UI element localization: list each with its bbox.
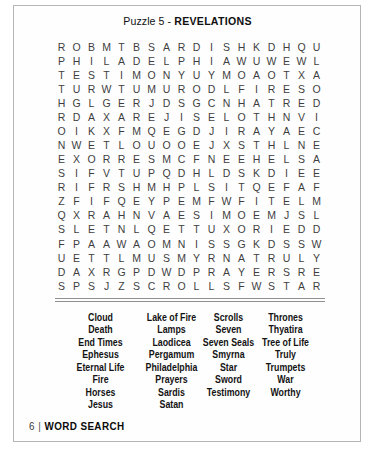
grid-cell-r15c11[interactable]: S	[204, 237, 219, 251]
grid-cell-r12c6[interactable]: E	[129, 195, 144, 209]
grid-cell-r18c4[interactable]: J	[99, 279, 114, 293]
grid-cell-r18c3[interactable]: S	[84, 279, 99, 293]
grid-cell-r8c16[interactable]: L	[279, 138, 294, 152]
grid-cell-r7c8[interactable]: E	[159, 124, 174, 138]
grid-cell-r11c10[interactable]: L	[189, 181, 204, 195]
grid-cell-r9c8[interactable]: M	[159, 152, 174, 166]
grid-cell-r9c11[interactable]: N	[204, 152, 219, 166]
grid-cell-r5c5[interactable]: E	[114, 96, 129, 110]
grid-cell-r7c5[interactable]: F	[114, 124, 129, 138]
grid-cell-r11c4[interactable]: R	[99, 181, 114, 195]
grid-cell-r16c12[interactable]: N	[219, 251, 234, 265]
grid-cell-r17c15[interactable]: R	[264, 265, 279, 279]
grid-cell-r18c5[interactable]: Z	[114, 279, 129, 293]
grid-cell-r6c17[interactable]: V	[294, 110, 309, 124]
grid-cell-r5c7[interactable]: J	[144, 96, 159, 110]
grid-cell-r9c16[interactable]: L	[279, 152, 294, 166]
grid-cell-r9c7[interactable]: S	[144, 152, 159, 166]
grid-cell-r1c13[interactable]: H	[234, 40, 249, 54]
grid-cell-r3c8[interactable]: N	[159, 68, 174, 82]
grid-cell-r12c2[interactable]: F	[69, 195, 84, 209]
grid-cell-r14c15[interactable]: I	[264, 223, 279, 237]
grid-cell-r5c3[interactable]: L	[84, 96, 99, 110]
grid-cell-r18c18[interactable]: R	[309, 279, 324, 293]
grid-cell-r4c4[interactable]: W	[99, 82, 114, 96]
grid-cell-r7c18[interactable]: C	[309, 124, 324, 138]
grid-cell-r9c18[interactable]: A	[309, 152, 324, 166]
grid-cell-r9c4[interactable]: R	[99, 152, 114, 166]
grid-cell-r6c11[interactable]: E	[204, 110, 219, 124]
grid-cell-r4c7[interactable]: M	[144, 82, 159, 96]
grid-cell-r8c6[interactable]: O	[129, 138, 144, 152]
grid-cell-r7c7[interactable]: Q	[144, 124, 159, 138]
grid-cell-r17c9[interactable]: D	[174, 265, 189, 279]
grid-cell-r16c2[interactable]: E	[69, 251, 84, 265]
grid-cell-r15c14[interactable]: K	[249, 237, 264, 251]
grid-cell-r15c12[interactable]: S	[219, 237, 234, 251]
grid-cell-r14c18[interactable]: D	[309, 223, 324, 237]
grid-cell-r15c15[interactable]: D	[264, 237, 279, 251]
grid-cell-r18c13[interactable]: F	[234, 279, 249, 293]
grid-cell-r17c6[interactable]: P	[129, 265, 144, 279]
grid-cell-r17c14[interactable]: E	[249, 265, 264, 279]
grid-cell-r11c15[interactable]: E	[264, 181, 279, 195]
grid-cell-r7c4[interactable]: X	[99, 124, 114, 138]
grid-cell-r13c6[interactable]: N	[129, 209, 144, 223]
grid-cell-r12c18[interactable]: M	[309, 195, 324, 209]
grid-cell-r5c2[interactable]: G	[69, 96, 84, 110]
grid-cell-r5c13[interactable]: H	[234, 96, 249, 110]
grid-cell-r1c3[interactable]: B	[84, 40, 99, 54]
grid-cell-r14c16[interactable]: E	[279, 223, 294, 237]
grid-cell-r11c6[interactable]: H	[129, 181, 144, 195]
grid-cell-r3c10[interactable]: U	[189, 68, 204, 82]
grid-cell-r9c9[interactable]: C	[174, 152, 189, 166]
grid-cell-r13c16[interactable]: J	[279, 209, 294, 223]
grid-cell-r11c7[interactable]: M	[144, 181, 159, 195]
grid-cell-r10c12[interactable]: D	[219, 166, 234, 180]
grid-cell-r7c9[interactable]: G	[174, 124, 189, 138]
grid-cell-r2c6[interactable]: D	[129, 54, 144, 68]
grid-cell-r11c3[interactable]: F	[84, 181, 99, 195]
grid-cell-r5c1[interactable]: H	[54, 96, 69, 110]
grid-cell-r1c17[interactable]: Q	[294, 40, 309, 54]
grid-cell-r3c13[interactable]: O	[234, 68, 249, 82]
grid-cell-r7c6[interactable]: M	[129, 124, 144, 138]
grid-cell-r3c15[interactable]: O	[264, 68, 279, 82]
grid-cell-r8c14[interactable]: T	[249, 138, 264, 152]
grid-cell-r2c4[interactable]: L	[99, 54, 114, 68]
grid-cell-r2c3[interactable]: I	[84, 54, 99, 68]
grid-cell-r15c3[interactable]: A	[84, 237, 99, 251]
grid-cell-r8c11[interactable]: J	[204, 138, 219, 152]
grid-cell-r15c9[interactable]: N	[174, 237, 189, 251]
grid-cell-r18c7[interactable]: C	[144, 279, 159, 293]
grid-cell-r1c7[interactable]: S	[144, 40, 159, 54]
grid-cell-r4c1[interactable]: T	[54, 82, 69, 96]
grid-cell-r13c3[interactable]: R	[84, 209, 99, 223]
grid-cell-r16c5[interactable]: L	[114, 251, 129, 265]
grid-cell-r10c17[interactable]: E	[294, 166, 309, 180]
grid-cell-r2c12[interactable]: A	[219, 54, 234, 68]
grid-cell-r13c8[interactable]: A	[159, 209, 174, 223]
grid-cell-r1c1[interactable]: R	[54, 40, 69, 54]
grid-cell-r3c7[interactable]: O	[144, 68, 159, 82]
grid-cell-r1c12[interactable]: S	[219, 40, 234, 54]
grid-cell-r5c14[interactable]: A	[249, 96, 264, 110]
grid-cell-r13c2[interactable]: X	[69, 209, 84, 223]
grid-cell-r1c8[interactable]: A	[159, 40, 174, 54]
grid-cell-r6c1[interactable]: R	[54, 110, 69, 124]
grid-cell-r9c10[interactable]: F	[189, 152, 204, 166]
grid-cell-r3c12[interactable]: M	[219, 68, 234, 82]
grid-cell-r8c13[interactable]: S	[234, 138, 249, 152]
grid-cell-r4c10[interactable]: O	[189, 82, 204, 96]
grid-cell-r11c17[interactable]: A	[294, 181, 309, 195]
grid-cell-r6c12[interactable]: L	[219, 110, 234, 124]
grid-cell-r15c16[interactable]: S	[279, 237, 294, 251]
grid-cell-r12c10[interactable]: M	[189, 195, 204, 209]
grid-cell-r14c11[interactable]: U	[204, 223, 219, 237]
grid-cell-r2c11[interactable]: I	[204, 54, 219, 68]
grid-cell-r6c5[interactable]: A	[114, 110, 129, 124]
grid-cell-r2c18[interactable]: L	[309, 54, 324, 68]
grid-cell-r9c2[interactable]: X	[69, 152, 84, 166]
grid-cell-r8c9[interactable]: O	[174, 138, 189, 152]
grid-cell-r4c6[interactable]: U	[129, 82, 144, 96]
grid-cell-r2c7[interactable]: E	[144, 54, 159, 68]
grid-cell-r4c2[interactable]: U	[69, 82, 84, 96]
grid-cell-r6c4[interactable]: X	[99, 110, 114, 124]
grid-cell-r15c10[interactable]: I	[189, 237, 204, 251]
grid-cell-r5c11[interactable]: C	[204, 96, 219, 110]
grid-cell-r1c15[interactable]: D	[264, 40, 279, 54]
grid-cell-r16c16[interactable]: U	[279, 251, 294, 265]
grid-cell-r18c15[interactable]: S	[264, 279, 279, 293]
grid-cell-r3c14[interactable]: A	[249, 68, 264, 82]
grid-cell-r6c15[interactable]: H	[264, 110, 279, 124]
grid-cell-r15c7[interactable]: O	[144, 237, 159, 251]
grid-cell-r3c18[interactable]: A	[309, 68, 324, 82]
grid-cell-r12c9[interactable]: E	[174, 195, 189, 209]
grid-cell-r5c17[interactable]: E	[294, 96, 309, 110]
grid-cell-r2c2[interactable]: H	[69, 54, 84, 68]
grid-cell-r18c10[interactable]: L	[189, 279, 204, 293]
grid-cell-r6c9[interactable]: I	[174, 110, 189, 124]
grid-cell-r8c7[interactable]: U	[144, 138, 159, 152]
grid-cell-r9c14[interactable]: H	[249, 152, 264, 166]
grid-cell-r17c17[interactable]: R	[294, 265, 309, 279]
grid-cell-r13c18[interactable]: L	[309, 209, 324, 223]
grid-cell-r11c16[interactable]: F	[279, 181, 294, 195]
grid-cell-r2c17[interactable]: W	[294, 54, 309, 68]
grid-cell-r14c9[interactable]: T	[174, 223, 189, 237]
grid-cell-r11c14[interactable]: Q	[249, 181, 264, 195]
grid-cell-r18c12[interactable]: S	[219, 279, 234, 293]
grid-cell-r17c18[interactable]: E	[309, 265, 324, 279]
grid-cell-r2c16[interactable]: E	[279, 54, 294, 68]
grid-cell-r3c4[interactable]: T	[99, 68, 114, 82]
grid-cell-r10c18[interactable]: E	[309, 166, 324, 180]
grid-cell-r5c8[interactable]: D	[159, 96, 174, 110]
grid-cell-r5c12[interactable]: N	[219, 96, 234, 110]
grid-cell-r18c8[interactable]: R	[159, 279, 174, 293]
grid-cell-r1c11[interactable]: I	[204, 40, 219, 54]
grid-cell-r6c2[interactable]: D	[69, 110, 84, 124]
grid-cell-r8c1[interactable]: N	[54, 138, 69, 152]
grid-cell-r16c4[interactable]: T	[99, 251, 114, 265]
grid-cell-r7c12[interactable]: I	[219, 124, 234, 138]
grid-cell-r17c7[interactable]: D	[144, 265, 159, 279]
grid-cell-r14c4[interactable]: T	[99, 223, 114, 237]
grid-cell-r13c1[interactable]: Q	[54, 209, 69, 223]
grid-cell-r6c16[interactable]: N	[279, 110, 294, 124]
grid-cell-r11c11[interactable]: S	[204, 181, 219, 195]
grid-cell-r12c12[interactable]: W	[219, 195, 234, 209]
grid-cell-r7c14[interactable]: A	[249, 124, 264, 138]
grid-cell-r2c1[interactable]: P	[54, 54, 69, 68]
grid-cell-r10c9[interactable]: D	[174, 166, 189, 180]
grid-cell-r8c8[interactable]: O	[159, 138, 174, 152]
grid-cell-r12c13[interactable]: F	[234, 195, 249, 209]
grid-cell-r1c5[interactable]: T	[114, 40, 129, 54]
grid-cell-r10c3[interactable]: F	[84, 166, 99, 180]
grid-cell-r5c15[interactable]: T	[264, 96, 279, 110]
grid-cell-r10c13[interactable]: S	[234, 166, 249, 180]
grid-cell-r6c3[interactable]: A	[84, 110, 99, 124]
grid-cell-r13c10[interactable]: S	[189, 209, 204, 223]
grid-cell-r3c16[interactable]: T	[279, 68, 294, 82]
grid-cell-r15c17[interactable]: S	[294, 237, 309, 251]
grid-cell-r10c15[interactable]: D	[264, 166, 279, 180]
grid-cell-r14c7[interactable]: Q	[144, 223, 159, 237]
grid-cell-r1c14[interactable]: K	[249, 40, 264, 54]
grid-cell-r15c6[interactable]: A	[129, 237, 144, 251]
grid-cell-r6c13[interactable]: O	[234, 110, 249, 124]
grid-cell-r11c2[interactable]: I	[69, 181, 84, 195]
grid-cell-r3c17[interactable]: X	[294, 68, 309, 82]
grid-cell-r10c6[interactable]: U	[129, 166, 144, 180]
grid-cell-r1c10[interactable]: D	[189, 40, 204, 54]
grid-cell-r14c12[interactable]: X	[219, 223, 234, 237]
grid-cell-r2c15[interactable]: W	[264, 54, 279, 68]
grid-cell-r12c3[interactable]: I	[84, 195, 99, 209]
grid-cell-r6c6[interactable]: R	[129, 110, 144, 124]
grid-cell-r8c18[interactable]: E	[309, 138, 324, 152]
grid-cell-r3c9[interactable]: Y	[174, 68, 189, 82]
grid-cell-r9c17[interactable]: S	[294, 152, 309, 166]
grid-cell-r16c17[interactable]: L	[294, 251, 309, 265]
grid-cell-r16c6[interactable]: M	[129, 251, 144, 265]
grid-cell-r17c3[interactable]: X	[84, 265, 99, 279]
grid-cell-r4c15[interactable]: R	[264, 82, 279, 96]
grid-cell-r8c15[interactable]: H	[264, 138, 279, 152]
grid-cell-r13c9[interactable]: E	[174, 209, 189, 223]
grid-cell-r17c11[interactable]: R	[204, 265, 219, 279]
grid-cell-r7c13[interactable]: R	[234, 124, 249, 138]
grid-cell-r10c14[interactable]: K	[249, 166, 264, 180]
grid-cell-r16c18[interactable]: Y	[309, 251, 324, 265]
grid-cell-r7c3[interactable]: K	[84, 124, 99, 138]
grid-cell-r6c8[interactable]: J	[159, 110, 174, 124]
grid-cell-r14c14[interactable]: R	[249, 223, 264, 237]
grid-cell-r5c4[interactable]: G	[99, 96, 114, 110]
grid-cell-r1c4[interactable]: M	[99, 40, 114, 54]
grid-cell-r7c11[interactable]: J	[204, 124, 219, 138]
grid-cell-r10c10[interactable]: H	[189, 166, 204, 180]
grid-cell-r5c10[interactable]: G	[189, 96, 204, 110]
grid-cell-r10c1[interactable]: S	[54, 166, 69, 180]
grid-cell-r9c1[interactable]: E	[54, 152, 69, 166]
grid-cell-r2c14[interactable]: U	[249, 54, 264, 68]
grid-cell-r7c1[interactable]: O	[54, 124, 69, 138]
grid-cell-r10c7[interactable]: P	[144, 166, 159, 180]
grid-cell-r8c4[interactable]: T	[99, 138, 114, 152]
grid-cell-r12c5[interactable]: Q	[114, 195, 129, 209]
grid-cell-r1c2[interactable]: O	[69, 40, 84, 54]
grid-cell-r15c4[interactable]: A	[99, 237, 114, 251]
grid-cell-r12c7[interactable]: Y	[144, 195, 159, 209]
grid-cell-r10c8[interactable]: Q	[159, 166, 174, 180]
grid-cell-r12c15[interactable]: T	[264, 195, 279, 209]
grid-cell-r16c14[interactable]: T	[249, 251, 264, 265]
grid-cell-r18c11[interactable]: L	[204, 279, 219, 293]
grid-cell-r15c13[interactable]: G	[234, 237, 249, 251]
grid-cell-r11c5[interactable]: S	[114, 181, 129, 195]
grid-cell-r1c16[interactable]: H	[279, 40, 294, 54]
grid-cell-r17c2[interactable]: A	[69, 265, 84, 279]
grid-cell-r16c11[interactable]: R	[204, 251, 219, 265]
grid-cell-r11c1[interactable]: R	[54, 181, 69, 195]
grid-cell-r12c11[interactable]: F	[204, 195, 219, 209]
grid-cell-r9c12[interactable]: E	[219, 152, 234, 166]
grid-cell-r4c18[interactable]: O	[309, 82, 324, 96]
grid-cell-r2c13[interactable]: W	[234, 54, 249, 68]
grid-cell-r6c7[interactable]: E	[144, 110, 159, 124]
grid-cell-r15c1[interactable]: F	[54, 237, 69, 251]
grid-cell-r16c9[interactable]: M	[174, 251, 189, 265]
grid-cell-r3c3[interactable]: S	[84, 68, 99, 82]
grid-cell-r16c15[interactable]: R	[264, 251, 279, 265]
grid-cell-r14c1[interactable]: S	[54, 223, 69, 237]
grid-cell-r16c13[interactable]: A	[234, 251, 249, 265]
grid-cell-r17c4[interactable]: R	[99, 265, 114, 279]
grid-cell-r7c17[interactable]: E	[294, 124, 309, 138]
grid-cell-r2c5[interactable]: A	[114, 54, 129, 68]
grid-cell-r15c5[interactable]: W	[114, 237, 129, 251]
grid-cell-r3c5[interactable]: I	[114, 68, 129, 82]
grid-cell-r14c3[interactable]: E	[84, 223, 99, 237]
grid-cell-r11c9[interactable]: P	[174, 181, 189, 195]
grid-cell-r9c13[interactable]: E	[234, 152, 249, 166]
grid-cell-r18c2[interactable]: P	[69, 279, 84, 293]
grid-cell-r4c5[interactable]: T	[114, 82, 129, 96]
grid-cell-r13c12[interactable]: M	[219, 209, 234, 223]
grid-cell-r14c17[interactable]: D	[294, 223, 309, 237]
grid-cell-r10c11[interactable]: L	[204, 166, 219, 180]
grid-cell-r10c2[interactable]: I	[69, 166, 84, 180]
grid-cell-r12c17[interactable]: L	[294, 195, 309, 209]
grid-cell-r18c14[interactable]: W	[249, 279, 264, 293]
grid-cell-r7c15[interactable]: Y	[264, 124, 279, 138]
grid-cell-r18c9[interactable]: O	[174, 279, 189, 293]
grid-cell-r13c13[interactable]: O	[234, 209, 249, 223]
grid-cell-r18c6[interactable]: S	[129, 279, 144, 293]
grid-cell-r12c8[interactable]: P	[159, 195, 174, 209]
grid-cell-r7c16[interactable]: A	[279, 124, 294, 138]
grid-cell-r14c13[interactable]: O	[234, 223, 249, 237]
grid-cell-r10c5[interactable]: T	[114, 166, 129, 180]
grid-cell-r8c5[interactable]: L	[114, 138, 129, 152]
grid-cell-r7c2[interactable]: I	[69, 124, 84, 138]
grid-cell-r16c8[interactable]: S	[159, 251, 174, 265]
grid-cell-r12c4[interactable]: F	[99, 195, 114, 209]
grid-cell-r5c18[interactable]: D	[309, 96, 324, 110]
grid-cell-r12c14[interactable]: I	[249, 195, 264, 209]
grid-cell-r10c16[interactable]: I	[279, 166, 294, 180]
grid-cell-r4c14[interactable]: I	[249, 82, 264, 96]
grid-cell-r14c8[interactable]: E	[159, 223, 174, 237]
grid-cell-r4c12[interactable]: L	[219, 82, 234, 96]
grid-cell-r13c11[interactable]: I	[204, 209, 219, 223]
grid-cell-r12c1[interactable]: Z	[54, 195, 69, 209]
grid-cell-r14c10[interactable]: T	[189, 223, 204, 237]
grid-cell-r4c16[interactable]: E	[279, 82, 294, 96]
grid-cell-r6c10[interactable]: S	[189, 110, 204, 124]
grid-cell-r11c8[interactable]: H	[159, 181, 174, 195]
grid-cell-r9c5[interactable]: R	[114, 152, 129, 166]
grid-cell-r17c5[interactable]: G	[114, 265, 129, 279]
grid-cell-r4c11[interactable]: D	[204, 82, 219, 96]
grid-cell-r9c15[interactable]: E	[264, 152, 279, 166]
grid-cell-r4c9[interactable]: R	[174, 82, 189, 96]
grid-cell-r18c16[interactable]: T	[279, 279, 294, 293]
grid-cell-r9c6[interactable]: E	[129, 152, 144, 166]
grid-cell-r16c7[interactable]: U	[144, 251, 159, 265]
grid-cell-r7c10[interactable]: D	[189, 124, 204, 138]
grid-cell-r15c2[interactable]: P	[69, 237, 84, 251]
grid-cell-r11c18[interactable]: F	[309, 181, 324, 195]
grid-cell-r15c18[interactable]: W	[309, 237, 324, 251]
grid-cell-r3c1[interactable]: T	[54, 68, 69, 82]
grid-cell-r13c7[interactable]: V	[144, 209, 159, 223]
grid-cell-r14c5[interactable]: N	[114, 223, 129, 237]
grid-cell-r4c3[interactable]: R	[84, 82, 99, 96]
grid-cell-r13c15[interactable]: M	[264, 209, 279, 223]
grid-cell-r4c13[interactable]: F	[234, 82, 249, 96]
grid-cell-r17c16[interactable]: S	[279, 265, 294, 279]
grid-cell-r12c16[interactable]: E	[279, 195, 294, 209]
grid-cell-r8c12[interactable]: X	[219, 138, 234, 152]
grid-cell-r18c1[interactable]: S	[54, 279, 69, 293]
grid-cell-r11c12[interactable]: I	[219, 181, 234, 195]
grid-cell-r13c4[interactable]: A	[99, 209, 114, 223]
grid-cell-r8c17[interactable]: N	[294, 138, 309, 152]
grid-cell-r16c10[interactable]: Y	[189, 251, 204, 265]
grid-cell-r15c8[interactable]: M	[159, 237, 174, 251]
grid-cell-r2c8[interactable]: L	[159, 54, 174, 68]
grid-cell-r8c3[interactable]: E	[84, 138, 99, 152]
grid-cell-r3c2[interactable]: E	[69, 68, 84, 82]
grid-cell-r2c9[interactable]: P	[174, 54, 189, 68]
grid-cell-r16c1[interactable]: U	[54, 251, 69, 265]
grid-cell-r4c8[interactable]: U	[159, 82, 174, 96]
grid-cell-r13c17[interactable]: S	[294, 209, 309, 223]
grid-cell-r9c3[interactable]: O	[84, 152, 99, 166]
grid-cell-r3c11[interactable]: Y	[204, 68, 219, 82]
grid-cell-r10c4[interactable]: V	[99, 166, 114, 180]
grid-cell-r14c6[interactable]: L	[129, 223, 144, 237]
